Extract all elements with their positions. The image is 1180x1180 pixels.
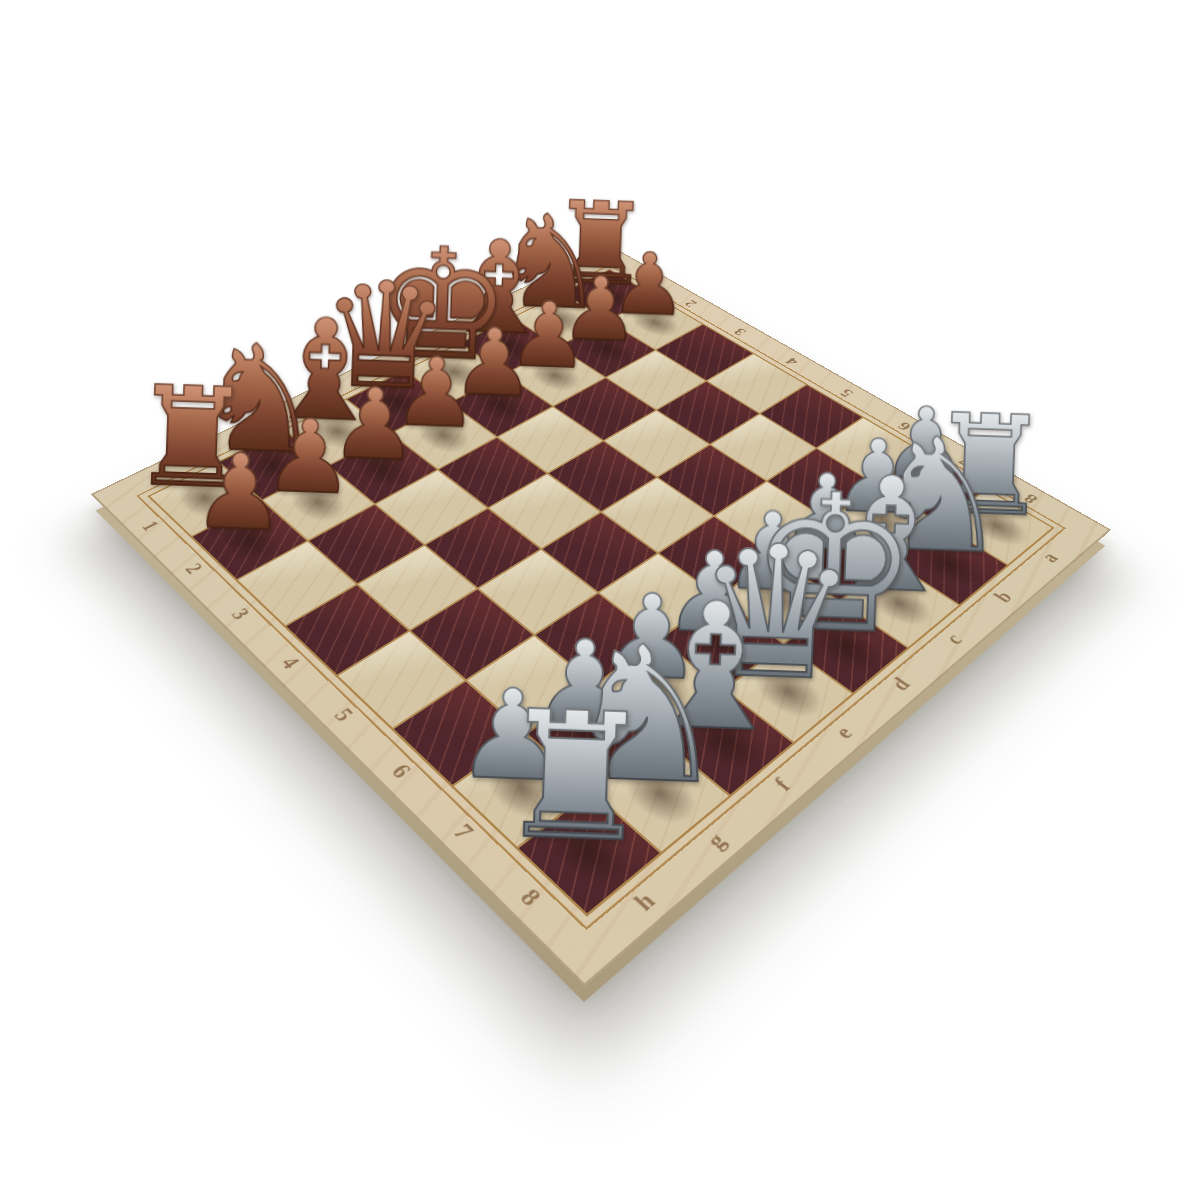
piece-silver-rook-h8: ♜ bbox=[494, 686, 657, 867]
rank-label-bottom-8: 8 bbox=[505, 875, 557, 921]
file-label-c: c bbox=[932, 623, 975, 655]
file-label-d: d bbox=[878, 667, 923, 701]
rank-label-bottom-6: 6 bbox=[377, 752, 425, 791]
chess-board: ♜♟♟♜♞♟♟♞♝♟♟♝♚♟♟♚♛♟♟♛♝♟♟♝♞♟♟♞♜♟♟♜ 1122334… bbox=[91, 245, 1111, 986]
rank-label-bottom-7: 7 bbox=[438, 811, 488, 853]
file-label-h: h bbox=[618, 879, 670, 925]
rank-label-bottom-4: 4 bbox=[268, 646, 313, 680]
file-label-b: b bbox=[982, 582, 1024, 612]
file-label-f: f bbox=[758, 765, 806, 805]
photo-stage: ♜♟♟♜♞♟♟♞♝♟♟♝♚♟♟♚♛♟♟♛♝♟♟♝♞♟♟♞♜♟♟♜ 1122334… bbox=[0, 0, 1180, 1180]
rank-label-bottom-5: 5 bbox=[321, 697, 367, 733]
rank-label-bottom-1: 1 bbox=[130, 512, 171, 539]
piece-copper-pawn-h2: ♟ bbox=[191, 440, 288, 547]
file-label-g: g bbox=[691, 819, 741, 862]
rank-label-bottom-2: 2 bbox=[173, 554, 215, 583]
board-grid: ♜♟♟♜♞♟♟♞♝♟♟♝♚♟♟♚♛♟♟♛♝♟♟♝♞♟♟♞♜♟♟♜ bbox=[147, 269, 1054, 917]
rank-label-bottom-3: 3 bbox=[219, 598, 262, 629]
file-label-a: a bbox=[1029, 543, 1070, 571]
file-label-e: e bbox=[820, 714, 866, 751]
